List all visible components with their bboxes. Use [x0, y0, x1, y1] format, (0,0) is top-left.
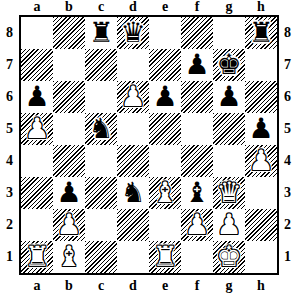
coord-label: 2	[279, 209, 295, 241]
square-b1[interactable]: ♝	[53, 241, 85, 273]
files-top: abcdefgh	[21, 0, 277, 14]
white-queen[interactable]: ♛	[213, 177, 245, 209]
square-d6[interactable]: ♟	[117, 81, 149, 113]
coord-label: f	[181, 277, 213, 294]
black-pawn[interactable]: ♟	[149, 81, 181, 113]
square-h2[interactable]	[245, 209, 277, 241]
black-pawn[interactable]: ♟	[245, 113, 277, 145]
coord-label: 1	[279, 241, 295, 273]
square-d3[interactable]: ♞	[117, 177, 149, 209]
black-pawn[interactable]: ♟	[21, 81, 53, 113]
square-b4[interactable]	[53, 145, 85, 177]
white-pawn[interactable]: ♟	[117, 81, 149, 113]
black-knight[interactable]: ♞	[117, 177, 149, 209]
square-c7[interactable]	[85, 49, 117, 81]
square-e3[interactable]: ♝	[149, 177, 181, 209]
chess-diagram: abcdefgh 87654321 87654321 abcdefgh ♜♛♜♟…	[0, 0, 295, 295]
coord-label: d	[117, 277, 149, 294]
square-f4[interactable]	[181, 145, 213, 177]
files-bottom: abcdefgh	[21, 277, 277, 294]
square-a4[interactable]	[21, 145, 53, 177]
square-a3[interactable]	[21, 177, 53, 209]
coord-label: b	[53, 0, 85, 14]
square-g1[interactable]: ♚	[213, 241, 245, 273]
coord-label: 5	[279, 113, 295, 145]
board[interactable]: ♜♛♜♟♚♟♟♟♟♟♞♟♟♟♞♝♝♛♟♟♟♜♝♜♚	[19, 15, 279, 275]
square-a5[interactable]: ♟	[21, 113, 53, 145]
coord-label: g	[213, 0, 245, 14]
square-c3[interactable]	[85, 177, 117, 209]
square-g4[interactable]	[213, 145, 245, 177]
square-b7[interactable]	[53, 49, 85, 81]
square-a2[interactable]	[21, 209, 53, 241]
square-f3[interactable]: ♝	[181, 177, 213, 209]
ranks-right: 87654321	[279, 17, 295, 273]
coord-label: 2	[1, 209, 18, 241]
square-e7[interactable]	[149, 49, 181, 81]
square-d4[interactable]	[117, 145, 149, 177]
square-b2[interactable]: ♟	[53, 209, 85, 241]
square-e5[interactable]	[149, 113, 181, 145]
coord-label: h	[245, 0, 277, 14]
white-pawn[interactable]: ♟	[21, 113, 53, 145]
square-f6[interactable]	[181, 81, 213, 113]
square-g5[interactable]	[213, 113, 245, 145]
square-e6[interactable]: ♟	[149, 81, 181, 113]
square-g7[interactable]: ♚	[213, 49, 245, 81]
square-a7[interactable]	[21, 49, 53, 81]
square-h3[interactable]	[245, 177, 277, 209]
coord-label: f	[181, 0, 213, 14]
square-a1[interactable]: ♜	[21, 241, 53, 273]
square-c1[interactable]	[85, 241, 117, 273]
square-g3[interactable]: ♛	[213, 177, 245, 209]
square-e8[interactable]	[149, 17, 181, 49]
white-pawn[interactable]: ♟	[213, 209, 245, 241]
black-rook[interactable]: ♜	[85, 17, 117, 49]
white-bishop[interactable]: ♝	[149, 177, 181, 209]
square-h6[interactable]	[245, 81, 277, 113]
coord-label: e	[149, 0, 181, 14]
coord-label: 1	[1, 241, 18, 273]
square-b5[interactable]	[53, 113, 85, 145]
square-f5[interactable]	[181, 113, 213, 145]
square-f8[interactable]	[181, 17, 213, 49]
white-rook[interactable]: ♜	[21, 241, 53, 273]
square-d2[interactable]	[117, 209, 149, 241]
coord-label: 8	[1, 17, 18, 49]
coord-label: a	[21, 277, 53, 294]
coord-label: g	[213, 277, 245, 294]
black-pawn[interactable]: ♟	[213, 81, 245, 113]
white-pawn[interactable]: ♟	[181, 209, 213, 241]
coord-label: 3	[279, 177, 295, 209]
square-h1[interactable]	[245, 241, 277, 273]
coord-label: 3	[1, 177, 18, 209]
square-e1[interactable]: ♜	[149, 241, 181, 273]
coord-label: 5	[1, 113, 18, 145]
coord-label: 4	[1, 145, 18, 177]
square-b8[interactable]	[53, 17, 85, 49]
square-c4[interactable]	[85, 145, 117, 177]
coord-label: 6	[1, 81, 18, 113]
square-a6[interactable]: ♟	[21, 81, 53, 113]
square-a8[interactable]	[21, 17, 53, 49]
square-h8[interactable]: ♜	[245, 17, 277, 49]
black-pawn[interactable]: ♟	[53, 177, 85, 209]
square-c8[interactable]: ♜	[85, 17, 117, 49]
coord-label: 8	[279, 17, 295, 49]
white-rook[interactable]: ♜	[149, 241, 181, 273]
square-f1[interactable]	[181, 241, 213, 273]
square-h5[interactable]: ♟	[245, 113, 277, 145]
square-e4[interactable]	[149, 145, 181, 177]
coord-label: 6	[279, 81, 295, 113]
coord-label: h	[245, 277, 277, 294]
black-rook[interactable]: ♜	[245, 17, 277, 49]
coord-label: 4	[279, 145, 295, 177]
coord-label: c	[85, 277, 117, 294]
square-c2[interactable]	[85, 209, 117, 241]
coord-label: e	[149, 277, 181, 294]
square-g2[interactable]: ♟	[213, 209, 245, 241]
white-pawn[interactable]: ♟	[245, 145, 277, 177]
white-king[interactable]: ♚	[213, 241, 245, 273]
square-c5[interactable]: ♞	[85, 113, 117, 145]
black-king[interactable]: ♚	[213, 49, 245, 81]
square-c6[interactable]	[85, 81, 117, 113]
square-h4[interactable]: ♟	[245, 145, 277, 177]
black-pawn[interactable]: ♟	[181, 49, 213, 81]
square-f7[interactable]: ♟	[181, 49, 213, 81]
coord-label: c	[85, 0, 117, 14]
square-d8[interactable]: ♛	[117, 17, 149, 49]
black-knight[interactable]: ♞	[85, 113, 117, 145]
square-d1[interactable]	[117, 241, 149, 273]
square-b6[interactable]	[53, 81, 85, 113]
black-queen[interactable]: ♛	[117, 17, 149, 49]
white-bishop[interactable]: ♝	[53, 241, 85, 273]
square-g6[interactable]: ♟	[213, 81, 245, 113]
square-e2[interactable]	[149, 209, 181, 241]
square-d7[interactable]	[117, 49, 149, 81]
square-h7[interactable]	[245, 49, 277, 81]
coord-label: a	[21, 0, 53, 14]
square-d5[interactable]	[117, 113, 149, 145]
square-b3[interactable]: ♟	[53, 177, 85, 209]
ranks-left: 87654321	[1, 17, 18, 273]
coord-label: d	[117, 0, 149, 14]
black-bishop[interactable]: ♝	[181, 177, 213, 209]
coord-label: b	[53, 277, 85, 294]
coord-label: 7	[279, 49, 295, 81]
square-f2[interactable]: ♟	[181, 209, 213, 241]
coord-label: 7	[1, 49, 18, 81]
white-pawn[interactable]: ♟	[53, 209, 85, 241]
square-g8[interactable]	[213, 17, 245, 49]
